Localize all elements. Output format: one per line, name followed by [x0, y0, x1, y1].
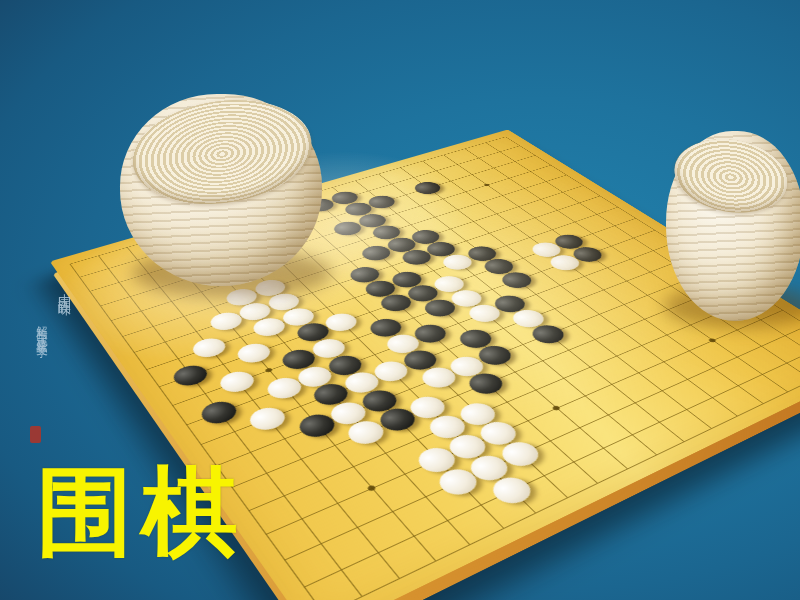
red-seal-mark [30, 426, 41, 443]
calligraphy-right-column: 中国韵味 [55, 283, 73, 341]
right-stone-bowl [666, 131, 800, 321]
left-stone-bowl [120, 94, 322, 286]
stone-white [244, 404, 290, 434]
stone-white [232, 341, 275, 367]
stone-black [169, 362, 212, 389]
calligraphy-left-column: 解构中式建筑美学 [33, 317, 48, 341]
stone-black [197, 397, 242, 427]
stone-white [215, 368, 259, 396]
calligraphy-text: 解构中式建筑美学 中国韵味 [33, 283, 73, 341]
slide-title: 围棋 [36, 458, 246, 565]
stone-white [188, 335, 230, 361]
stone-black [410, 180, 445, 197]
slide: 解构中式建筑美学 中国韵味 围棋 [0, 0, 800, 600]
